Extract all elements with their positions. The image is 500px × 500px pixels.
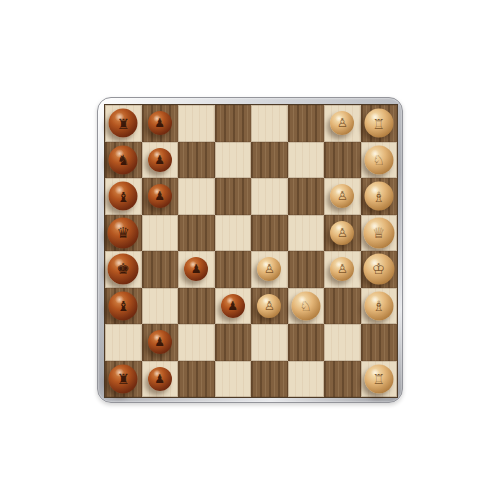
- black-pawn-glyph: ♟: [191, 263, 202, 275]
- black-pawn-glyph: ♟: [154, 373, 165, 385]
- square-h8[interactable]: ♜: [105, 361, 142, 398]
- black-pawn-glyph: ♟: [227, 300, 238, 312]
- white-pawn[interactable]: ♙: [330, 184, 354, 208]
- black-pawn[interactable]: ♟: [148, 330, 172, 354]
- white-knight-glyph: ♘: [299, 299, 312, 313]
- square-b8[interactable]: ♞: [105, 142, 142, 179]
- square-d3[interactable]: [288, 215, 325, 252]
- square-b4[interactable]: [251, 142, 288, 179]
- white-pawn-glyph: ♙: [337, 263, 348, 275]
- square-f1[interactable]: ♗: [361, 288, 398, 325]
- square-f7[interactable]: [142, 288, 179, 325]
- white-pawn[interactable]: ♙: [330, 257, 354, 281]
- white-bishop-glyph: ♗: [372, 299, 385, 313]
- square-g3[interactable]: [288, 324, 325, 361]
- black-queen[interactable]: ♛: [108, 217, 139, 248]
- white-knight-glyph: ♘: [372, 153, 385, 167]
- white-pawn-glyph: ♙: [264, 300, 275, 312]
- square-b6[interactable]: [178, 142, 215, 179]
- square-h5[interactable]: [215, 361, 252, 398]
- square-a7[interactable]: ♟: [142, 105, 179, 142]
- square-h1[interactable]: ♖: [361, 361, 398, 398]
- square-e2[interactable]: ♙: [324, 251, 361, 288]
- white-knight[interactable]: ♘: [364, 145, 393, 174]
- square-f6[interactable]: [178, 288, 215, 325]
- square-d5[interactable]: [215, 215, 252, 252]
- square-c8[interactable]: ♝: [105, 178, 142, 215]
- white-queen-glyph: ♕: [372, 225, 385, 240]
- square-e7[interactable]: [142, 251, 179, 288]
- square-a4[interactable]: [251, 105, 288, 142]
- square-a6[interactable]: [178, 105, 215, 142]
- white-rook-glyph: ♖: [372, 116, 385, 130]
- square-h2[interactable]: [324, 361, 361, 398]
- square-e5[interactable]: [215, 251, 252, 288]
- square-b3[interactable]: [288, 142, 325, 179]
- square-d7[interactable]: [142, 215, 179, 252]
- square-g8[interactable]: [105, 324, 142, 361]
- black-rook-glyph: ♜: [117, 116, 130, 130]
- black-rook[interactable]: ♜: [109, 364, 138, 393]
- black-knight-glyph: ♞: [117, 153, 130, 167]
- square-e8[interactable]: ♚: [105, 251, 142, 288]
- square-e4[interactable]: ♙: [251, 251, 288, 288]
- black-pawn-glyph: ♟: [154, 117, 165, 129]
- black-bishop-glyph: ♝: [117, 299, 130, 313]
- black-pawn-glyph: ♟: [154, 154, 165, 166]
- product-photo-scene: ♜♟♙♖♞♟♘♝♟♙♗♛♙♕♚♟♙♙♔♝♟♙♘♗♟♜♟♖: [0, 0, 500, 500]
- black-king[interactable]: ♚: [108, 254, 139, 285]
- black-queen-glyph: ♛: [117, 225, 130, 240]
- square-c2[interactable]: ♙: [324, 178, 361, 215]
- square-a2[interactable]: ♙: [324, 105, 361, 142]
- white-bishop-glyph: ♗: [372, 189, 385, 203]
- white-pawn[interactable]: ♙: [330, 221, 354, 245]
- square-e6[interactable]: ♟: [178, 251, 215, 288]
- square-a8[interactable]: ♜: [105, 105, 142, 142]
- square-b2[interactable]: [324, 142, 361, 179]
- square-g7[interactable]: ♟: [142, 324, 179, 361]
- square-h3[interactable]: [288, 361, 325, 398]
- black-pawn[interactable]: ♟: [184, 257, 208, 281]
- black-pawn[interactable]: ♟: [148, 184, 172, 208]
- white-rook-glyph: ♖: [372, 372, 385, 386]
- square-c6[interactable]: [178, 178, 215, 215]
- metal-case-frame: ♜♟♙♖♞♟♘♝♟♙♗♛♙♕♚♟♙♙♔♝♟♙♘♗♟♜♟♖: [97, 97, 403, 403]
- square-g5[interactable]: [215, 324, 252, 361]
- square-d2[interactable]: ♙: [324, 215, 361, 252]
- square-a3[interactable]: [288, 105, 325, 142]
- square-d4[interactable]: [251, 215, 288, 252]
- square-d8[interactable]: ♛: [105, 215, 142, 252]
- square-g2[interactable]: [324, 324, 361, 361]
- white-pawn-glyph: ♙: [337, 227, 348, 239]
- square-f5[interactable]: ♟: [215, 288, 252, 325]
- white-pawn[interactable]: ♙: [330, 111, 354, 135]
- square-f2[interactable]: [324, 288, 361, 325]
- square-f4[interactable]: ♙: [251, 288, 288, 325]
- square-a5[interactable]: [215, 105, 252, 142]
- black-bishop[interactable]: ♝: [109, 182, 138, 211]
- white-bishop[interactable]: ♗: [364, 182, 393, 211]
- white-queen[interactable]: ♕: [363, 217, 394, 248]
- white-pawn-glyph: ♙: [264, 263, 275, 275]
- square-b1[interactable]: ♘: [361, 142, 398, 179]
- black-bishop-glyph: ♝: [117, 189, 130, 203]
- white-pawn-glyph: ♙: [337, 117, 348, 129]
- white-bishop[interactable]: ♗: [364, 291, 393, 320]
- black-rook[interactable]: ♜: [109, 109, 138, 138]
- black-pawn[interactable]: ♟: [148, 367, 172, 391]
- black-rook-glyph: ♜: [117, 372, 130, 386]
- square-a1[interactable]: ♖: [361, 105, 398, 142]
- black-pawn-glyph: ♟: [154, 190, 165, 202]
- black-king-glyph: ♚: [117, 262, 130, 277]
- square-c1[interactable]: ♗: [361, 178, 398, 215]
- square-h4[interactable]: [251, 361, 288, 398]
- square-g4[interactable]: [251, 324, 288, 361]
- white-pawn[interactable]: ♙: [257, 257, 281, 281]
- black-knight[interactable]: ♞: [109, 145, 138, 174]
- square-d1[interactable]: ♕: [361, 215, 398, 252]
- board-field: ♜♟♙♖♞♟♘♝♟♙♗♛♙♕♚♟♙♙♔♝♟♙♘♗♟♜♟♖: [104, 104, 398, 398]
- black-pawn[interactable]: ♟: [221, 294, 245, 318]
- square-f8[interactable]: ♝: [105, 288, 142, 325]
- square-e3[interactable]: [288, 251, 325, 288]
- white-pawn-glyph: ♙: [337, 190, 348, 202]
- black-pawn[interactable]: ♟: [148, 148, 172, 172]
- square-e1[interactable]: ♔: [361, 251, 398, 288]
- square-c5[interactable]: [215, 178, 252, 215]
- white-king-glyph: ♔: [372, 262, 385, 277]
- white-knight[interactable]: ♘: [291, 291, 320, 320]
- square-h6[interactable]: [178, 361, 215, 398]
- square-c7[interactable]: ♟: [142, 178, 179, 215]
- square-h7[interactable]: ♟: [142, 361, 179, 398]
- white-king[interactable]: ♔: [363, 254, 394, 285]
- square-c3[interactable]: [288, 178, 325, 215]
- black-pawn-glyph: ♟: [154, 336, 165, 348]
- white-rook[interactable]: ♖: [364, 364, 393, 393]
- black-pawn[interactable]: ♟: [148, 111, 172, 135]
- square-b5[interactable]: [215, 142, 252, 179]
- black-bishop[interactable]: ♝: [109, 291, 138, 320]
- square-b7[interactable]: ♟: [142, 142, 179, 179]
- square-g6[interactable]: [178, 324, 215, 361]
- white-pawn[interactable]: ♙: [257, 294, 281, 318]
- square-d6[interactable]: [178, 215, 215, 252]
- square-f3[interactable]: ♘: [288, 288, 325, 325]
- white-rook[interactable]: ♖: [364, 109, 393, 138]
- square-g1[interactable]: [361, 324, 398, 361]
- square-c4[interactable]: [251, 178, 288, 215]
